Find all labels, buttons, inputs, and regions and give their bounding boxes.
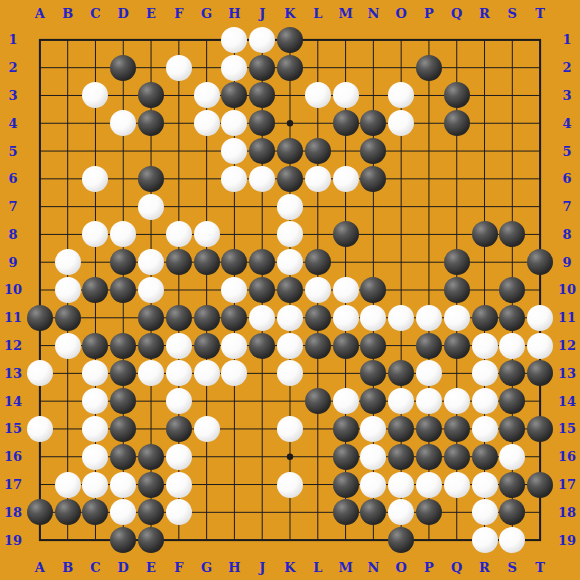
intersection-T18[interactable] <box>526 498 554 526</box>
intersection-K10[interactable] <box>276 276 304 304</box>
intersection-D19[interactable] <box>109 526 137 554</box>
intersection-C2[interactable] <box>82 54 110 82</box>
intersection-M2[interactable] <box>332 54 360 82</box>
intersection-M19[interactable] <box>332 526 360 554</box>
intersection-C18[interactable] <box>82 498 110 526</box>
intersection-E19[interactable] <box>137 526 165 554</box>
intersection-K4[interactable] <box>276 109 304 137</box>
intersection-O17[interactable] <box>387 471 415 499</box>
intersection-Q18[interactable] <box>443 498 471 526</box>
intersection-B2[interactable] <box>54 54 82 82</box>
intersection-F4[interactable] <box>165 109 193 137</box>
intersection-E4[interactable] <box>137 109 165 137</box>
intersection-D12[interactable] <box>109 332 137 360</box>
intersection-J3[interactable] <box>248 82 276 110</box>
intersection-R3[interactable] <box>471 82 499 110</box>
intersection-P10[interactable] <box>415 276 443 304</box>
intersection-K17[interactable] <box>276 471 304 499</box>
intersection-R13[interactable] <box>471 359 499 387</box>
intersection-N2[interactable] <box>359 54 387 82</box>
intersection-P16[interactable] <box>415 443 443 471</box>
intersection-G17[interactable] <box>193 471 221 499</box>
intersection-L4[interactable] <box>304 109 332 137</box>
intersection-N8[interactable] <box>359 221 387 249</box>
intersection-J8[interactable] <box>248 221 276 249</box>
intersection-N18[interactable] <box>359 498 387 526</box>
intersection-S14[interactable] <box>498 387 526 415</box>
intersection-B18[interactable] <box>54 498 82 526</box>
intersection-D15[interactable] <box>109 415 137 443</box>
intersection-F2[interactable] <box>165 54 193 82</box>
intersection-Q10[interactable] <box>443 276 471 304</box>
intersection-J1[interactable] <box>248 26 276 54</box>
intersection-D9[interactable] <box>109 248 137 276</box>
intersection-N17[interactable] <box>359 471 387 499</box>
intersection-K12[interactable] <box>276 332 304 360</box>
intersection-S10[interactable] <box>498 276 526 304</box>
intersection-L11[interactable] <box>304 304 332 332</box>
intersection-S13[interactable] <box>498 359 526 387</box>
intersection-R2[interactable] <box>471 54 499 82</box>
intersection-S12[interactable] <box>498 332 526 360</box>
intersection-E3[interactable] <box>137 82 165 110</box>
intersection-J15[interactable] <box>248 415 276 443</box>
intersection-R14[interactable] <box>471 387 499 415</box>
intersection-K2[interactable] <box>276 54 304 82</box>
intersection-F18[interactable] <box>165 498 193 526</box>
intersection-G2[interactable] <box>193 54 221 82</box>
intersection-B10[interactable] <box>54 276 82 304</box>
intersection-S17[interactable] <box>498 471 526 499</box>
intersection-O16[interactable] <box>387 443 415 471</box>
intersection-E9[interactable] <box>137 248 165 276</box>
intersection-O14[interactable] <box>387 387 415 415</box>
intersection-F6[interactable] <box>165 165 193 193</box>
intersection-P11[interactable] <box>415 304 443 332</box>
intersection-M5[interactable] <box>332 137 360 165</box>
intersection-O7[interactable] <box>387 193 415 221</box>
intersection-E11[interactable] <box>137 304 165 332</box>
intersection-S4[interactable] <box>498 109 526 137</box>
intersection-D17[interactable] <box>109 471 137 499</box>
intersection-P8[interactable] <box>415 221 443 249</box>
intersection-O18[interactable] <box>387 498 415 526</box>
intersection-O10[interactable] <box>387 276 415 304</box>
intersection-B14[interactable] <box>54 387 82 415</box>
intersection-R16[interactable] <box>471 443 499 471</box>
intersection-R19[interactable] <box>471 526 499 554</box>
intersection-F10[interactable] <box>165 276 193 304</box>
intersection-K19[interactable] <box>276 526 304 554</box>
intersection-B3[interactable] <box>54 82 82 110</box>
intersection-P19[interactable] <box>415 526 443 554</box>
intersection-N13[interactable] <box>359 359 387 387</box>
intersection-S5[interactable] <box>498 137 526 165</box>
intersection-C5[interactable] <box>82 137 110 165</box>
intersection-R8[interactable] <box>471 221 499 249</box>
intersection-E10[interactable] <box>137 276 165 304</box>
intersection-D6[interactable] <box>109 165 137 193</box>
intersection-B13[interactable] <box>54 359 82 387</box>
intersection-R15[interactable] <box>471 415 499 443</box>
intersection-H1[interactable] <box>221 26 249 54</box>
intersection-P15[interactable] <box>415 415 443 443</box>
intersection-G9[interactable] <box>193 248 221 276</box>
intersection-Q12[interactable] <box>443 332 471 360</box>
intersection-B1[interactable] <box>54 26 82 54</box>
intersection-G8[interactable] <box>193 221 221 249</box>
intersection-F9[interactable] <box>165 248 193 276</box>
intersection-G1[interactable] <box>193 26 221 54</box>
intersection-A5[interactable] <box>26 137 54 165</box>
intersection-C19[interactable] <box>82 526 110 554</box>
intersection-Q3[interactable] <box>443 82 471 110</box>
intersection-F16[interactable] <box>165 443 193 471</box>
intersection-E18[interactable] <box>137 498 165 526</box>
intersection-G15[interactable] <box>193 415 221 443</box>
intersection-P13[interactable] <box>415 359 443 387</box>
intersection-G19[interactable] <box>193 526 221 554</box>
intersection-A6[interactable] <box>26 165 54 193</box>
intersection-O6[interactable] <box>387 165 415 193</box>
intersection-F8[interactable] <box>165 221 193 249</box>
intersection-A14[interactable] <box>26 387 54 415</box>
intersection-F3[interactable] <box>165 82 193 110</box>
intersection-L12[interactable] <box>304 332 332 360</box>
intersection-K15[interactable] <box>276 415 304 443</box>
intersection-B7[interactable] <box>54 193 82 221</box>
intersection-B5[interactable] <box>54 137 82 165</box>
intersection-Q4[interactable] <box>443 109 471 137</box>
intersection-L17[interactable] <box>304 471 332 499</box>
intersection-M6[interactable] <box>332 165 360 193</box>
intersection-M15[interactable] <box>332 415 360 443</box>
intersection-C17[interactable] <box>82 471 110 499</box>
intersection-F12[interactable] <box>165 332 193 360</box>
intersection-H6[interactable] <box>221 165 249 193</box>
intersection-C12[interactable] <box>82 332 110 360</box>
intersection-J19[interactable] <box>248 526 276 554</box>
intersection-F7[interactable] <box>165 193 193 221</box>
intersection-L18[interactable] <box>304 498 332 526</box>
intersection-K14[interactable] <box>276 387 304 415</box>
intersection-S15[interactable] <box>498 415 526 443</box>
intersection-R1[interactable] <box>471 26 499 54</box>
intersection-G10[interactable] <box>193 276 221 304</box>
intersection-T12[interactable] <box>526 332 554 360</box>
intersection-C4[interactable] <box>82 109 110 137</box>
intersection-J9[interactable] <box>248 248 276 276</box>
intersection-M1[interactable] <box>332 26 360 54</box>
intersection-L8[interactable] <box>304 221 332 249</box>
intersection-N19[interactable] <box>359 526 387 554</box>
intersection-J7[interactable] <box>248 193 276 221</box>
intersection-M16[interactable] <box>332 443 360 471</box>
intersection-C10[interactable] <box>82 276 110 304</box>
intersection-A13[interactable] <box>26 359 54 387</box>
intersection-H9[interactable] <box>221 248 249 276</box>
intersection-Q11[interactable] <box>443 304 471 332</box>
intersection-M4[interactable] <box>332 109 360 137</box>
intersection-P17[interactable] <box>415 471 443 499</box>
intersection-H4[interactable] <box>221 109 249 137</box>
intersection-L2[interactable] <box>304 54 332 82</box>
intersection-G4[interactable] <box>193 109 221 137</box>
intersection-P12[interactable] <box>415 332 443 360</box>
intersection-R10[interactable] <box>471 276 499 304</box>
intersection-J2[interactable] <box>248 54 276 82</box>
intersection-H16[interactable] <box>221 443 249 471</box>
intersection-E14[interactable] <box>137 387 165 415</box>
intersection-A11[interactable] <box>26 304 54 332</box>
intersection-F17[interactable] <box>165 471 193 499</box>
intersection-D7[interactable] <box>109 193 137 221</box>
intersection-R6[interactable] <box>471 165 499 193</box>
intersection-O12[interactable] <box>387 332 415 360</box>
intersection-N7[interactable] <box>359 193 387 221</box>
intersection-T11[interactable] <box>526 304 554 332</box>
intersection-A2[interactable] <box>26 54 54 82</box>
intersection-B8[interactable] <box>54 221 82 249</box>
intersection-T15[interactable] <box>526 415 554 443</box>
intersection-C7[interactable] <box>82 193 110 221</box>
intersection-T3[interactable] <box>526 82 554 110</box>
intersection-D13[interactable] <box>109 359 137 387</box>
intersection-J5[interactable] <box>248 137 276 165</box>
intersection-N3[interactable] <box>359 82 387 110</box>
intersection-H13[interactable] <box>221 359 249 387</box>
intersection-A9[interactable] <box>26 248 54 276</box>
intersection-O15[interactable] <box>387 415 415 443</box>
intersection-M14[interactable] <box>332 387 360 415</box>
intersection-H17[interactable] <box>221 471 249 499</box>
intersection-N1[interactable] <box>359 26 387 54</box>
intersection-A8[interactable] <box>26 221 54 249</box>
intersection-O11[interactable] <box>387 304 415 332</box>
intersection-L14[interactable] <box>304 387 332 415</box>
intersection-S6[interactable] <box>498 165 526 193</box>
intersection-K13[interactable] <box>276 359 304 387</box>
intersection-O1[interactable] <box>387 26 415 54</box>
intersection-B15[interactable] <box>54 415 82 443</box>
intersection-H3[interactable] <box>221 82 249 110</box>
intersection-L10[interactable] <box>304 276 332 304</box>
intersection-P9[interactable] <box>415 248 443 276</box>
intersection-S7[interactable] <box>498 193 526 221</box>
intersection-M13[interactable] <box>332 359 360 387</box>
intersection-C13[interactable] <box>82 359 110 387</box>
intersection-T2[interactable] <box>526 54 554 82</box>
intersection-D10[interactable] <box>109 276 137 304</box>
intersection-L6[interactable] <box>304 165 332 193</box>
intersection-J4[interactable] <box>248 109 276 137</box>
intersection-K11[interactable] <box>276 304 304 332</box>
intersection-F5[interactable] <box>165 137 193 165</box>
intersection-S11[interactable] <box>498 304 526 332</box>
intersection-K5[interactable] <box>276 137 304 165</box>
intersection-A7[interactable] <box>26 193 54 221</box>
intersection-K16[interactable] <box>276 443 304 471</box>
intersection-B4[interactable] <box>54 109 82 137</box>
intersection-G11[interactable] <box>193 304 221 332</box>
intersection-L7[interactable] <box>304 193 332 221</box>
intersection-K18[interactable] <box>276 498 304 526</box>
intersection-P14[interactable] <box>415 387 443 415</box>
intersection-J17[interactable] <box>248 471 276 499</box>
intersection-C3[interactable] <box>82 82 110 110</box>
intersection-E12[interactable] <box>137 332 165 360</box>
intersection-N14[interactable] <box>359 387 387 415</box>
intersection-M7[interactable] <box>332 193 360 221</box>
intersection-B19[interactable] <box>54 526 82 554</box>
intersection-E13[interactable] <box>137 359 165 387</box>
intersection-B17[interactable] <box>54 471 82 499</box>
intersection-H19[interactable] <box>221 526 249 554</box>
intersection-C15[interactable] <box>82 415 110 443</box>
intersection-J14[interactable] <box>248 387 276 415</box>
intersection-A10[interactable] <box>26 276 54 304</box>
intersection-Q17[interactable] <box>443 471 471 499</box>
intersection-T10[interactable] <box>526 276 554 304</box>
intersection-A15[interactable] <box>26 415 54 443</box>
intersection-M17[interactable] <box>332 471 360 499</box>
intersection-E6[interactable] <box>137 165 165 193</box>
intersection-G12[interactable] <box>193 332 221 360</box>
intersection-B6[interactable] <box>54 165 82 193</box>
intersection-A3[interactable] <box>26 82 54 110</box>
intersection-D8[interactable] <box>109 221 137 249</box>
intersection-S16[interactable] <box>498 443 526 471</box>
intersection-L15[interactable] <box>304 415 332 443</box>
intersection-T16[interactable] <box>526 443 554 471</box>
intersection-B12[interactable] <box>54 332 82 360</box>
intersection-N11[interactable] <box>359 304 387 332</box>
intersection-D16[interactable] <box>109 443 137 471</box>
intersection-S1[interactable] <box>498 26 526 54</box>
intersection-N6[interactable] <box>359 165 387 193</box>
intersection-M18[interactable] <box>332 498 360 526</box>
intersection-J6[interactable] <box>248 165 276 193</box>
intersection-H10[interactable] <box>221 276 249 304</box>
intersection-H8[interactable] <box>221 221 249 249</box>
intersection-C11[interactable] <box>82 304 110 332</box>
intersection-T4[interactable] <box>526 109 554 137</box>
intersection-D14[interactable] <box>109 387 137 415</box>
intersection-O13[interactable] <box>387 359 415 387</box>
intersection-S9[interactable] <box>498 248 526 276</box>
intersection-A16[interactable] <box>26 443 54 471</box>
intersection-O5[interactable] <box>387 137 415 165</box>
intersection-H18[interactable] <box>221 498 249 526</box>
intersection-S2[interactable] <box>498 54 526 82</box>
intersection-J12[interactable] <box>248 332 276 360</box>
intersection-G7[interactable] <box>193 193 221 221</box>
intersection-C1[interactable] <box>82 26 110 54</box>
intersection-K6[interactable] <box>276 165 304 193</box>
intersection-M12[interactable] <box>332 332 360 360</box>
intersection-D2[interactable] <box>109 54 137 82</box>
intersection-T8[interactable] <box>526 221 554 249</box>
intersection-T17[interactable] <box>526 471 554 499</box>
intersection-Q1[interactable] <box>443 26 471 54</box>
intersection-K3[interactable] <box>276 82 304 110</box>
intersection-J16[interactable] <box>248 443 276 471</box>
intersection-R4[interactable] <box>471 109 499 137</box>
intersection-L9[interactable] <box>304 248 332 276</box>
intersection-N12[interactable] <box>359 332 387 360</box>
intersection-B11[interactable] <box>54 304 82 332</box>
intersection-F11[interactable] <box>165 304 193 332</box>
intersection-R18[interactable] <box>471 498 499 526</box>
intersection-K7[interactable] <box>276 193 304 221</box>
intersection-G5[interactable] <box>193 137 221 165</box>
intersection-A18[interactable] <box>26 498 54 526</box>
intersection-P1[interactable] <box>415 26 443 54</box>
intersection-A4[interactable] <box>26 109 54 137</box>
intersection-T13[interactable] <box>526 359 554 387</box>
intersection-L3[interactable] <box>304 82 332 110</box>
intersection-M10[interactable] <box>332 276 360 304</box>
intersection-R7[interactable] <box>471 193 499 221</box>
intersection-G6[interactable] <box>193 165 221 193</box>
intersection-L19[interactable] <box>304 526 332 554</box>
intersection-Q7[interactable] <box>443 193 471 221</box>
intersection-O8[interactable] <box>387 221 415 249</box>
intersection-E17[interactable] <box>137 471 165 499</box>
intersection-T5[interactable] <box>526 137 554 165</box>
intersection-A19[interactable] <box>26 526 54 554</box>
intersection-B9[interactable] <box>54 248 82 276</box>
intersection-T14[interactable] <box>526 387 554 415</box>
intersection-F1[interactable] <box>165 26 193 54</box>
intersection-D18[interactable] <box>109 498 137 526</box>
intersection-C16[interactable] <box>82 443 110 471</box>
intersection-E2[interactable] <box>137 54 165 82</box>
intersection-J18[interactable] <box>248 498 276 526</box>
intersection-S3[interactable] <box>498 82 526 110</box>
intersection-D4[interactable] <box>109 109 137 137</box>
intersection-J11[interactable] <box>248 304 276 332</box>
intersection-Q9[interactable] <box>443 248 471 276</box>
intersection-E5[interactable] <box>137 137 165 165</box>
intersection-F13[interactable] <box>165 359 193 387</box>
intersection-H15[interactable] <box>221 415 249 443</box>
intersection-D5[interactable] <box>109 137 137 165</box>
intersection-G14[interactable] <box>193 387 221 415</box>
intersection-Q19[interactable] <box>443 526 471 554</box>
intersection-P3[interactable] <box>415 82 443 110</box>
intersection-O2[interactable] <box>387 54 415 82</box>
intersection-E7[interactable] <box>137 193 165 221</box>
intersection-R5[interactable] <box>471 137 499 165</box>
intersection-J13[interactable] <box>248 359 276 387</box>
intersection-N15[interactable] <box>359 415 387 443</box>
intersection-B16[interactable] <box>54 443 82 471</box>
intersection-N4[interactable] <box>359 109 387 137</box>
intersection-R12[interactable] <box>471 332 499 360</box>
intersection-L16[interactable] <box>304 443 332 471</box>
intersection-Q5[interactable] <box>443 137 471 165</box>
intersection-O3[interactable] <box>387 82 415 110</box>
intersection-C8[interactable] <box>82 221 110 249</box>
intersection-M3[interactable] <box>332 82 360 110</box>
intersection-O9[interactable] <box>387 248 415 276</box>
intersection-H5[interactable] <box>221 137 249 165</box>
intersection-T19[interactable] <box>526 526 554 554</box>
intersection-R9[interactable] <box>471 248 499 276</box>
intersection-M9[interactable] <box>332 248 360 276</box>
intersection-P5[interactable] <box>415 137 443 165</box>
